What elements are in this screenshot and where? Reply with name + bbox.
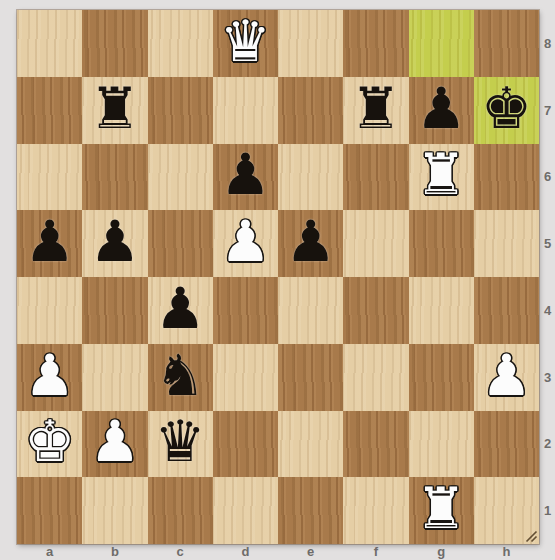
file-label-a: a <box>17 543 82 560</box>
square-e4[interactable] <box>278 277 343 344</box>
square-b5[interactable]: ♟ <box>82 210 147 277</box>
file-label-f: f <box>343 543 408 560</box>
rank-label-4: 4 <box>540 277 555 344</box>
square-b2[interactable]: ♟ <box>82 411 147 478</box>
square-g7[interactable]: ♟ <box>409 77 474 144</box>
square-g3[interactable] <box>409 344 474 411</box>
square-f2[interactable] <box>343 411 408 478</box>
square-e8[interactable] <box>278 10 343 77</box>
square-d3[interactable] <box>213 344 278 411</box>
square-f4[interactable] <box>343 277 408 344</box>
square-c3[interactable]: ♞ <box>148 344 213 411</box>
square-b7[interactable]: ♜ <box>82 77 147 144</box>
white-pawn[interactable]: ♟ <box>220 213 271 270</box>
square-a5[interactable]: ♟ <box>17 210 82 277</box>
black-pawn[interactable]: ♟ <box>220 146 271 203</box>
square-d8[interactable]: ♛ <box>213 10 278 77</box>
square-e7[interactable] <box>278 77 343 144</box>
square-d4[interactable] <box>213 277 278 344</box>
white-pawn[interactable]: ♟ <box>89 413 140 470</box>
file-label-g: g <box>409 543 474 560</box>
black-rook[interactable]: ♜ <box>350 80 401 137</box>
black-pawn[interactable]: ♟ <box>155 280 206 337</box>
square-e3[interactable] <box>278 344 343 411</box>
square-f7[interactable]: ♜ <box>343 77 408 144</box>
square-f8[interactable] <box>343 10 408 77</box>
square-h2[interactable] <box>474 411 539 478</box>
black-pawn[interactable]: ♟ <box>24 213 75 270</box>
square-a4[interactable] <box>17 277 82 344</box>
board-resize-handle-icon[interactable] <box>524 529 538 543</box>
black-pawn[interactable]: ♟ <box>285 213 336 270</box>
square-d5[interactable]: ♟ <box>213 210 278 277</box>
square-c8[interactable] <box>148 10 213 77</box>
square-c4[interactable]: ♟ <box>148 277 213 344</box>
square-h1[interactable] <box>474 477 539 544</box>
black-pawn[interactable]: ♟ <box>416 80 467 137</box>
chess-board[interactable]: ♛♜♜♟♚♟♜♟♟♟♟♟♟♞♟♚♟♛♜ <box>17 10 539 544</box>
white-queen[interactable]: ♛ <box>220 13 271 70</box>
square-e2[interactable] <box>278 411 343 478</box>
square-b6[interactable] <box>82 144 147 211</box>
square-h4[interactable] <box>474 277 539 344</box>
file-coordinates: abcdefgh <box>17 543 539 560</box>
square-d6[interactable]: ♟ <box>213 144 278 211</box>
rank-label-7: 7 <box>540 77 555 144</box>
square-g2[interactable] <box>409 411 474 478</box>
square-d2[interactable] <box>213 411 278 478</box>
square-h7[interactable]: ♚ <box>474 77 539 144</box>
square-a2[interactable]: ♚ <box>17 411 82 478</box>
square-a7[interactable] <box>17 77 82 144</box>
rank-label-1: 1 <box>540 477 555 544</box>
square-e5[interactable]: ♟ <box>278 210 343 277</box>
square-h6[interactable] <box>474 144 539 211</box>
square-c5[interactable] <box>148 210 213 277</box>
square-b4[interactable] <box>82 277 147 344</box>
square-c2[interactable]: ♛ <box>148 411 213 478</box>
file-label-e: e <box>278 543 343 560</box>
square-h8[interactable] <box>474 10 539 77</box>
square-a3[interactable]: ♟ <box>17 344 82 411</box>
square-f1[interactable] <box>343 477 408 544</box>
square-d1[interactable] <box>213 477 278 544</box>
rank-label-8: 8 <box>540 10 555 77</box>
rank-label-6: 6 <box>540 144 555 211</box>
square-h5[interactable] <box>474 210 539 277</box>
square-a6[interactable] <box>17 144 82 211</box>
white-rook[interactable]: ♜ <box>416 480 467 537</box>
file-label-d: d <box>213 543 278 560</box>
file-label-c: c <box>148 543 213 560</box>
white-king[interactable]: ♚ <box>24 413 75 470</box>
square-c7[interactable] <box>148 77 213 144</box>
white-pawn[interactable]: ♟ <box>481 347 532 404</box>
square-b1[interactable] <box>82 477 147 544</box>
square-g5[interactable] <box>409 210 474 277</box>
square-a8[interactable] <box>17 10 82 77</box>
square-g4[interactable] <box>409 277 474 344</box>
rank-label-2: 2 <box>540 411 555 478</box>
square-g6[interactable]: ♜ <box>409 144 474 211</box>
black-knight[interactable]: ♞ <box>155 347 206 404</box>
square-e1[interactable] <box>278 477 343 544</box>
rank-label-3: 3 <box>540 344 555 411</box>
square-f6[interactable] <box>343 144 408 211</box>
black-pawn[interactable]: ♟ <box>89 213 140 270</box>
square-f5[interactable] <box>343 210 408 277</box>
file-label-b: b <box>82 543 147 560</box>
square-d7[interactable] <box>213 77 278 144</box>
square-e6[interactable] <box>278 144 343 211</box>
rank-label-5: 5 <box>540 210 555 277</box>
square-f3[interactable] <box>343 344 408 411</box>
white-pawn[interactable]: ♟ <box>24 347 75 404</box>
black-king[interactable]: ♚ <box>481 80 532 137</box>
square-a1[interactable] <box>17 477 82 544</box>
file-label-h: h <box>474 543 539 560</box>
square-g1[interactable]: ♜ <box>409 477 474 544</box>
square-b8[interactable] <box>82 10 147 77</box>
square-b3[interactable] <box>82 344 147 411</box>
white-rook[interactable]: ♜ <box>416 146 467 203</box>
square-c1[interactable] <box>148 477 213 544</box>
square-h3[interactable]: ♟ <box>474 344 539 411</box>
black-rook[interactable]: ♜ <box>89 80 140 137</box>
square-c6[interactable] <box>148 144 213 211</box>
square-g8[interactable] <box>409 10 474 77</box>
black-queen[interactable]: ♛ <box>155 413 206 470</box>
rank-coordinates: 87654321 <box>540 10 555 544</box>
